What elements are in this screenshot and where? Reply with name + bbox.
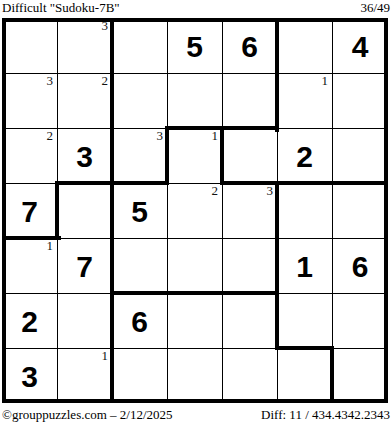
region-border: [220, 181, 388, 185]
region-border: [330, 346, 334, 403]
cell-r4c5[interactable]: 3: [222, 183, 277, 238]
cell-r6c2[interactable]: [57, 293, 112, 348]
cell-r4c1[interactable]: 7: [2, 183, 57, 238]
footer-difficulty: Diff: 11 / 434.4342.2343: [261, 407, 390, 423]
region-border: [55, 181, 169, 185]
cell-r1c3[interactable]: [112, 18, 167, 73]
pencil-mark: 1: [322, 74, 329, 88]
given-digit: 5: [131, 197, 148, 227]
pencil-mark: 2: [212, 184, 219, 198]
footer-copyright: ©grouppuzzles.com – 2/12/2025: [2, 407, 173, 423]
cell-r5c7[interactable]: 6: [332, 238, 388, 293]
cell-r7c1[interactable]: 3: [2, 348, 57, 403]
cell-r7c6[interactable]: [277, 348, 332, 403]
given-digit: 6: [241, 32, 258, 62]
cell-r5c5[interactable]: [222, 238, 277, 293]
cell-r5c3[interactable]: [112, 238, 167, 293]
cell-r4c2[interactable]: [57, 183, 112, 238]
pencil-mark: 3: [157, 129, 164, 143]
region-border: [165, 126, 169, 185]
cell-r3c4[interactable]: 1: [167, 128, 222, 183]
progress-counter: 36/49: [360, 0, 390, 16]
given-digit: 3: [76, 142, 93, 172]
cell-r3c2[interactable]: 3: [57, 128, 112, 183]
given-digit: 7: [21, 197, 38, 227]
cell-r2c7[interactable]: [332, 73, 388, 128]
cell-r6c4[interactable]: [167, 293, 222, 348]
given-digit: 2: [296, 142, 313, 172]
cell-r4c6[interactable]: [277, 183, 332, 238]
given-digit: 4: [352, 32, 369, 62]
region-border: [2, 18, 388, 22]
cell-r1c2[interactable]: 3: [57, 18, 112, 73]
given-digit: 6: [352, 252, 369, 282]
region-border: [220, 126, 224, 185]
cell-r5c2[interactable]: 7: [57, 238, 112, 293]
cell-r1c7[interactable]: 4: [332, 18, 388, 73]
cell-r2c5[interactable]: [222, 73, 277, 128]
given-digit: 3: [21, 362, 38, 392]
cell-r7c4[interactable]: [167, 348, 222, 403]
cell-r5c1[interactable]: 1: [2, 238, 57, 293]
cell-r7c7[interactable]: [332, 348, 388, 403]
cell-r3c5[interactable]: [222, 128, 277, 183]
pencil-mark: 2: [47, 129, 54, 143]
cell-r6c3[interactable]: 6: [112, 293, 167, 348]
region-border: [275, 181, 279, 350]
given-digit: 7: [76, 252, 93, 282]
cell-r6c5[interactable]: [222, 293, 277, 348]
cell-r1c6[interactable]: [277, 18, 332, 73]
cell-r7c3[interactable]: [112, 348, 167, 403]
region-border: [165, 126, 279, 130]
cell-r7c2[interactable]: 1: [57, 348, 112, 403]
puzzle-page: Difficult "Sudoku-7B" 36/49 356432123312…: [0, 0, 391, 426]
region-border: [2, 18, 6, 403]
pencil-mark: 1: [102, 349, 109, 363]
cell-r1c1[interactable]: [2, 18, 57, 73]
cell-r5c4[interactable]: [167, 238, 222, 293]
region-border: [110, 18, 114, 403]
cell-r1c5[interactable]: 6: [222, 18, 277, 73]
cell-r2c6[interactable]: 1: [277, 73, 332, 128]
region-border: [110, 291, 279, 295]
pencil-mark: 3: [267, 184, 274, 198]
region-border: [275, 18, 279, 132]
region-border: [2, 236, 61, 240]
cell-r6c1[interactable]: 2: [2, 293, 57, 348]
cell-r4c4[interactable]: 2: [167, 183, 222, 238]
cell-r6c6[interactable]: [277, 293, 332, 348]
puzzle-title: Difficult "Sudoku-7B": [2, 0, 120, 16]
region-border: [384, 18, 388, 403]
region-border: [275, 346, 334, 350]
pencil-mark: 1: [47, 239, 54, 253]
cell-r3c6[interactable]: 2: [277, 128, 332, 183]
cell-r7c5[interactable]: [222, 348, 277, 403]
cell-r3c7[interactable]: [332, 128, 388, 183]
given-digit: 5: [186, 32, 203, 62]
pencil-mark: 2: [102, 74, 109, 88]
cell-r5c6[interactable]: 1: [277, 238, 332, 293]
region-border: [55, 181, 59, 240]
given-digit: 2: [21, 307, 38, 337]
cell-r6c7[interactable]: [332, 293, 388, 348]
cell-r4c7[interactable]: [332, 183, 388, 238]
given-digit: 6: [131, 307, 148, 337]
pencil-mark: 1: [212, 129, 219, 143]
cell-r2c3[interactable]: [112, 73, 167, 128]
pencil-mark: 3: [47, 74, 54, 88]
sudoku-grid: 356432123312752317162631: [2, 18, 388, 403]
cell-r2c4[interactable]: [167, 73, 222, 128]
cell-r3c1[interactable]: 2: [2, 128, 57, 183]
cell-r2c2[interactable]: 2: [57, 73, 112, 128]
cell-r1c4[interactable]: 5: [167, 18, 222, 73]
cell-r2c1[interactable]: 3: [2, 73, 57, 128]
cell-r4c3[interactable]: 5: [112, 183, 167, 238]
cell-r3c3[interactable]: 3: [112, 128, 167, 183]
given-digit: 1: [296, 252, 313, 282]
